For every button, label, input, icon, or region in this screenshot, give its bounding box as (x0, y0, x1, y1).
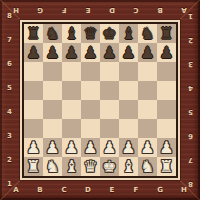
piece-black-knight[interactable]: ♞ (140, 24, 154, 43)
square-f3[interactable] (119, 119, 138, 138)
square-h5[interactable] (157, 81, 176, 100)
piece-white-pawn[interactable]: ♟ (159, 138, 173, 157)
square-g2[interactable]: ♟ (138, 138, 157, 157)
square-d8[interactable]: ♛ (81, 24, 100, 43)
square-e7[interactable]: ♟ (100, 43, 119, 62)
piece-white-pawn[interactable]: ♟ (83, 138, 97, 157)
rank-label-right-8: 8 (183, 172, 198, 196)
square-b1[interactable]: ♞ (43, 157, 62, 176)
board-outline: ♜♞♝♛♚♝♞♜♟♟♟♟♟♟♟♟♟♟♟♟♟♟♟♟♜♞♝♛♚♝♞♜ (22, 22, 178, 178)
piece-white-knight[interactable]: ♞ (140, 157, 154, 176)
square-e2[interactable]: ♟ (100, 138, 119, 157)
piece-white-pawn[interactable]: ♟ (64, 138, 78, 157)
rank-labels-right: 12345678 (183, 4, 198, 196)
square-c1[interactable]: ♝ (62, 157, 81, 176)
piece-black-pawn[interactable]: ♟ (140, 43, 154, 62)
rank-label-left-5: 5 (2, 76, 17, 100)
square-g1[interactable]: ♞ (138, 157, 157, 176)
file-label-top-G: G (28, 2, 52, 17)
piece-white-pawn[interactable]: ♟ (102, 138, 116, 157)
square-h4[interactable] (157, 100, 176, 119)
square-f8[interactable]: ♝ (119, 24, 138, 43)
piece-black-pawn[interactable]: ♟ (83, 43, 97, 62)
square-f2[interactable]: ♟ (119, 138, 138, 157)
square-h8[interactable]: ♜ (157, 24, 176, 43)
piece-black-king[interactable]: ♚ (102, 24, 116, 43)
piece-black-rook[interactable]: ♜ (26, 24, 40, 43)
rank-label-left-8: 8 (2, 4, 17, 28)
square-d2[interactable]: ♟ (81, 138, 100, 157)
rank-label-right-4: 4 (183, 76, 198, 100)
square-d7[interactable]: ♟ (81, 43, 100, 62)
piece-white-pawn[interactable]: ♟ (45, 138, 59, 157)
square-h1[interactable]: ♜ (157, 157, 176, 176)
square-g4[interactable] (138, 100, 157, 119)
piece-white-pawn[interactable]: ♟ (121, 138, 135, 157)
rank-label-left-4: 4 (2, 100, 17, 124)
square-h3[interactable] (157, 119, 176, 138)
piece-white-pawn[interactable]: ♟ (26, 138, 40, 157)
board-frame: HGFEDCBA ABCDEFGH 87654321 12345678 ♜♞♝♛… (0, 0, 200, 200)
square-f4[interactable] (119, 100, 138, 119)
square-f5[interactable] (119, 81, 138, 100)
rank-label-right-7: 7 (183, 148, 198, 172)
file-label-bottom-G: G (148, 183, 172, 198)
piece-black-queen[interactable]: ♛ (83, 24, 97, 43)
file-label-top-F: F (52, 2, 76, 17)
rank-label-right-2: 2 (183, 28, 198, 52)
square-g7[interactable]: ♟ (138, 43, 157, 62)
square-e1[interactable]: ♚ (100, 157, 119, 176)
square-b7[interactable]: ♟ (43, 43, 62, 62)
piece-white-queen[interactable]: ♛ (83, 157, 97, 176)
rank-label-right-1: 1 (183, 4, 198, 28)
rank-labels-left: 87654321 (2, 4, 17, 196)
piece-white-king[interactable]: ♚ (102, 157, 116, 176)
square-b6[interactable] (43, 62, 62, 81)
square-h6[interactable] (157, 62, 176, 81)
piece-black-pawn[interactable]: ♟ (45, 43, 59, 62)
file-label-bottom-C: C (52, 183, 76, 198)
piece-white-rook[interactable]: ♜ (26, 157, 40, 176)
square-h7[interactable]: ♟ (157, 43, 176, 62)
file-label-top-E: E (76, 2, 100, 17)
chess-board: ♜♞♝♛♚♝♞♜♟♟♟♟♟♟♟♟♟♟♟♟♟♟♟♟♜♞♝♛♚♝♞♜ (24, 24, 176, 176)
square-c8[interactable]: ♝ (62, 24, 81, 43)
square-e5[interactable] (100, 81, 119, 100)
rank-label-right-6: 6 (183, 124, 198, 148)
piece-black-knight[interactable]: ♞ (45, 24, 59, 43)
square-c6[interactable] (62, 62, 81, 81)
square-e8[interactable]: ♚ (100, 24, 119, 43)
square-g6[interactable] (138, 62, 157, 81)
square-d5[interactable] (81, 81, 100, 100)
square-c2[interactable]: ♟ (62, 138, 81, 157)
square-d3[interactable] (81, 119, 100, 138)
square-b4[interactable] (43, 100, 62, 119)
square-b3[interactable] (43, 119, 62, 138)
rank-label-left-2: 2 (2, 148, 17, 172)
file-label-bottom-B: B (28, 183, 52, 198)
square-a2[interactable]: ♟ (24, 138, 43, 157)
piece-black-pawn[interactable]: ♟ (64, 43, 78, 62)
square-d4[interactable] (81, 100, 100, 119)
square-d1[interactable]: ♛ (81, 157, 100, 176)
square-c3[interactable] (62, 119, 81, 138)
rank-label-left-3: 3 (2, 124, 17, 148)
square-d6[interactable] (81, 62, 100, 81)
square-b8[interactable]: ♞ (43, 24, 62, 43)
square-a8[interactable]: ♜ (24, 24, 43, 43)
piece-black-bishop[interactable]: ♝ (64, 24, 78, 43)
rank-label-left-7: 7 (2, 28, 17, 52)
file-label-bottom-D: D (76, 183, 100, 198)
square-e4[interactable] (100, 100, 119, 119)
square-e6[interactable] (100, 62, 119, 81)
file-label-top-B: B (148, 2, 172, 17)
rank-label-left-1: 1 (2, 172, 17, 196)
square-c5[interactable] (62, 81, 81, 100)
file-labels-bottom: ABCDEFGH (4, 183, 196, 198)
square-a4[interactable] (24, 100, 43, 119)
piece-black-pawn[interactable]: ♟ (121, 43, 135, 62)
square-b2[interactable]: ♟ (43, 138, 62, 157)
piece-black-pawn[interactable]: ♟ (102, 43, 116, 62)
square-e3[interactable] (100, 119, 119, 138)
chess-app: HGFEDCBA ABCDEFGH 87654321 12345678 ♜♞♝♛… (0, 0, 200, 200)
rank-label-right-5: 5 (183, 100, 198, 124)
square-a5[interactable] (24, 81, 43, 100)
square-b5[interactable] (43, 81, 62, 100)
file-labels-top: HGFEDCBA (4, 2, 196, 17)
square-c7[interactable]: ♟ (62, 43, 81, 62)
file-label-top-D: D (100, 2, 124, 17)
square-h2[interactable]: ♟ (157, 138, 176, 157)
piece-white-rook[interactable]: ♜ (159, 157, 173, 176)
file-label-bottom-E: E (100, 183, 124, 198)
square-a7[interactable]: ♟ (24, 43, 43, 62)
piece-white-bishop[interactable]: ♝ (121, 157, 135, 176)
file-label-bottom-F: F (124, 183, 148, 198)
piece-black-bishop[interactable]: ♝ (121, 24, 135, 43)
square-f7[interactable]: ♟ (119, 43, 138, 62)
square-a3[interactable] (24, 119, 43, 138)
piece-black-pawn[interactable]: ♟ (26, 43, 40, 62)
square-g8[interactable]: ♞ (138, 24, 157, 43)
square-g3[interactable] (138, 119, 157, 138)
piece-black-rook[interactable]: ♜ (159, 24, 173, 43)
piece-black-pawn[interactable]: ♟ (159, 43, 173, 62)
file-label-top-C: C (124, 2, 148, 17)
square-f6[interactable] (119, 62, 138, 81)
square-c4[interactable] (62, 100, 81, 119)
square-a1[interactable]: ♜ (24, 157, 43, 176)
board-border: ♜♞♝♛♚♝♞♜♟♟♟♟♟♟♟♟♟♟♟♟♟♟♟♟♜♞♝♛♚♝♞♜ (20, 20, 180, 180)
square-f1[interactable]: ♝ (119, 157, 138, 176)
square-a6[interactable] (24, 62, 43, 81)
piece-white-pawn[interactable]: ♟ (140, 138, 154, 157)
rank-label-right-3: 3 (183, 52, 198, 76)
square-g5[interactable] (138, 81, 157, 100)
piece-white-knight[interactable]: ♞ (45, 157, 59, 176)
piece-white-bishop[interactable]: ♝ (64, 157, 78, 176)
rank-label-left-6: 6 (2, 52, 17, 76)
